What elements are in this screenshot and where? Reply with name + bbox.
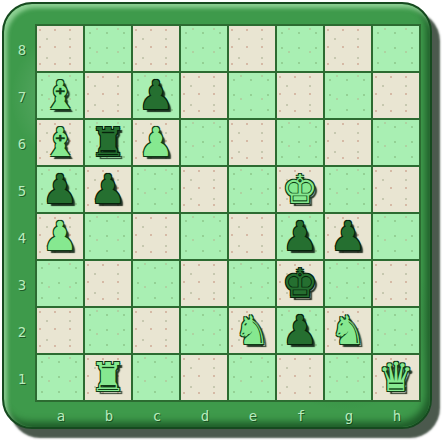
- square-h8[interactable]: [373, 26, 419, 71]
- rank-label-8: 8: [11, 26, 33, 73]
- square-a6[interactable]: ♝: [37, 120, 83, 165]
- square-f4[interactable]: ♟: [277, 214, 323, 259]
- square-b6[interactable]: ♜: [85, 120, 131, 165]
- file-label-a: a: [37, 404, 85, 428]
- file-label-g: g: [325, 404, 373, 428]
- square-a1[interactable]: [37, 355, 83, 400]
- square-e3[interactable]: [229, 261, 275, 306]
- file-label-c: c: [133, 404, 181, 428]
- square-a5[interactable]: ♟: [37, 167, 83, 212]
- file-label-h: h: [373, 404, 421, 428]
- file-labels: abcdefgh: [37, 404, 421, 428]
- square-b8[interactable]: [85, 26, 131, 71]
- piece-black-pawn[interactable]: ♟: [282, 308, 318, 352]
- rank-label-2: 2: [11, 308, 33, 355]
- square-b7[interactable]: [85, 73, 131, 118]
- square-h7[interactable]: [373, 73, 419, 118]
- piece-black-pawn[interactable]: ♟: [138, 73, 174, 117]
- file-label-d: d: [181, 404, 229, 428]
- square-e5[interactable]: [229, 167, 275, 212]
- square-c7[interactable]: ♟: [133, 73, 179, 118]
- square-b5[interactable]: ♟: [85, 167, 131, 212]
- square-e4[interactable]: [229, 214, 275, 259]
- square-e1[interactable]: [229, 355, 275, 400]
- square-b3[interactable]: [85, 261, 131, 306]
- piece-white-pawn[interactable]: ♟: [138, 120, 174, 164]
- square-d1[interactable]: [181, 355, 227, 400]
- piece-white-knight[interactable]: ♞: [234, 308, 270, 352]
- square-d8[interactable]: [181, 26, 227, 71]
- piece-black-pawn[interactable]: ♟: [42, 167, 78, 211]
- piece-white-knight[interactable]: ♞: [330, 308, 366, 352]
- rank-label-3: 3: [11, 261, 33, 308]
- piece-black-pawn[interactable]: ♟: [90, 167, 126, 211]
- piece-white-king[interactable]: ♚: [282, 167, 318, 211]
- square-g3[interactable]: [325, 261, 371, 306]
- square-d5[interactable]: [181, 167, 227, 212]
- piece-white-rook[interactable]: ♜: [90, 355, 126, 399]
- chess-app: { "game": "chess", "position": { "fen": …: [0, 0, 444, 442]
- square-g1[interactable]: [325, 355, 371, 400]
- piece-black-rook[interactable]: ♜: [90, 120, 126, 164]
- square-g8[interactable]: [325, 26, 371, 71]
- square-h6[interactable]: [373, 120, 419, 165]
- board-frame: 87654321 abcdefgh ♝♟♝♜♟♟♟♚♟♟♟♚♞♟♞♜♛: [2, 2, 432, 429]
- square-d4[interactable]: [181, 214, 227, 259]
- square-c6[interactable]: ♟: [133, 120, 179, 165]
- square-h3[interactable]: [373, 261, 419, 306]
- square-h5[interactable]: [373, 167, 419, 212]
- square-e2[interactable]: ♞: [229, 308, 275, 353]
- square-h1[interactable]: ♛: [373, 355, 419, 400]
- square-h2[interactable]: [373, 308, 419, 353]
- square-d2[interactable]: [181, 308, 227, 353]
- square-c2[interactable]: [133, 308, 179, 353]
- square-h4[interactable]: [373, 214, 419, 259]
- piece-white-pawn[interactable]: ♟: [42, 214, 78, 258]
- file-label-f: f: [277, 404, 325, 428]
- piece-black-pawn[interactable]: ♟: [330, 214, 366, 258]
- square-a7[interactable]: ♝: [37, 73, 83, 118]
- square-e6[interactable]: [229, 120, 275, 165]
- piece-white-bishop[interactable]: ♝: [42, 73, 78, 117]
- rank-label-1: 1: [11, 355, 33, 402]
- square-f2[interactable]: ♟: [277, 308, 323, 353]
- rank-label-6: 6: [11, 120, 33, 167]
- square-g4[interactable]: ♟: [325, 214, 371, 259]
- rank-label-5: 5: [11, 167, 33, 214]
- piece-black-pawn[interactable]: ♟: [282, 214, 318, 258]
- square-f8[interactable]: [277, 26, 323, 71]
- file-label-b: b: [85, 404, 133, 428]
- square-e8[interactable]: [229, 26, 275, 71]
- square-g6[interactable]: [325, 120, 371, 165]
- square-f7[interactable]: [277, 73, 323, 118]
- file-label-e: e: [229, 404, 277, 428]
- piece-white-queen[interactable]: ♛: [378, 355, 414, 399]
- piece-white-bishop[interactable]: ♝: [42, 120, 78, 164]
- square-g5[interactable]: [325, 167, 371, 212]
- rank-label-4: 4: [11, 214, 33, 261]
- square-b2[interactable]: [85, 308, 131, 353]
- square-b1[interactable]: ♜: [85, 355, 131, 400]
- square-d3[interactable]: [181, 261, 227, 306]
- square-f1[interactable]: [277, 355, 323, 400]
- chess-board: ♝♟♝♜♟♟♟♚♟♟♟♚♞♟♞♜♛: [35, 24, 421, 402]
- square-a4[interactable]: ♟: [37, 214, 83, 259]
- rank-label-7: 7: [11, 73, 33, 120]
- square-g7[interactable]: [325, 73, 371, 118]
- square-a8[interactable]: [37, 26, 83, 71]
- square-c5[interactable]: [133, 167, 179, 212]
- square-a3[interactable]: [37, 261, 83, 306]
- square-c4[interactable]: [133, 214, 179, 259]
- square-c1[interactable]: [133, 355, 179, 400]
- square-a2[interactable]: [37, 308, 83, 353]
- square-d7[interactable]: [181, 73, 227, 118]
- square-d6[interactable]: [181, 120, 227, 165]
- square-e7[interactable]: [229, 73, 275, 118]
- square-f6[interactable]: [277, 120, 323, 165]
- square-f3[interactable]: ♚: [277, 261, 323, 306]
- square-c3[interactable]: [133, 261, 179, 306]
- piece-black-king[interactable]: ♚: [282, 261, 318, 305]
- square-f5[interactable]: ♚: [277, 167, 323, 212]
- rank-labels: 87654321: [11, 26, 33, 402]
- square-g2[interactable]: ♞: [325, 308, 371, 353]
- square-c8[interactable]: [133, 26, 179, 71]
- square-b4[interactable]: [85, 214, 131, 259]
